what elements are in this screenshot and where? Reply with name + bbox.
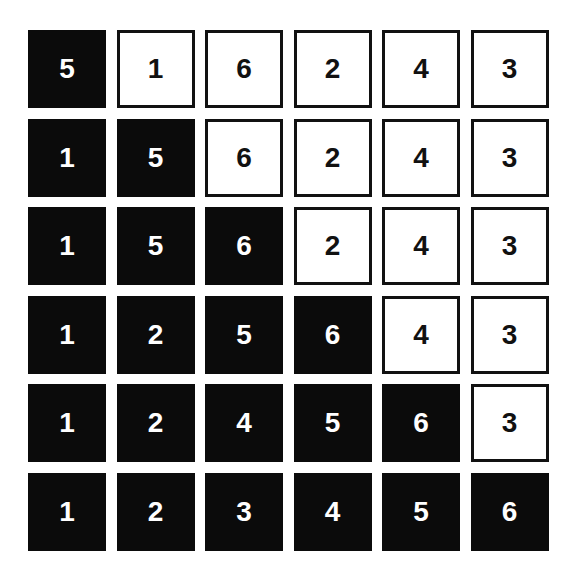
cell-r1c1: 5 xyxy=(28,30,106,108)
cell-r3c3: 6 xyxy=(205,207,283,285)
cell-r4c3: 5 xyxy=(205,296,283,374)
cell-r6c5: 5 xyxy=(382,473,460,551)
cell-r4c5: 4 xyxy=(382,296,460,374)
sort-grid: 516243156243156243125643124563123456 xyxy=(28,30,549,551)
cell-r6c2: 2 xyxy=(117,473,195,551)
cell-r2c4: 2 xyxy=(294,119,372,197)
cell-r1c6: 3 xyxy=(471,30,549,108)
cell-r1c5: 4 xyxy=(382,30,460,108)
cell-r4c6: 3 xyxy=(471,296,549,374)
page-canvas: 516243156243156243125643124563123456 xyxy=(0,0,582,582)
cell-r4c4: 6 xyxy=(294,296,372,374)
cell-r4c1: 1 xyxy=(28,296,106,374)
cell-r6c4: 4 xyxy=(294,473,372,551)
cell-r5c3: 4 xyxy=(205,384,283,462)
cell-r2c6: 3 xyxy=(471,119,549,197)
cell-r5c2: 2 xyxy=(117,384,195,462)
cell-r5c5: 6 xyxy=(382,384,460,462)
cell-r3c5: 4 xyxy=(382,207,460,285)
cell-r5c1: 1 xyxy=(28,384,106,462)
cell-r5c4: 5 xyxy=(294,384,372,462)
cell-r1c4: 2 xyxy=(294,30,372,108)
cell-r1c2: 1 xyxy=(117,30,195,108)
cell-r3c2: 5 xyxy=(117,207,195,285)
cell-r6c1: 1 xyxy=(28,473,106,551)
cell-r5c6: 3 xyxy=(471,384,549,462)
cell-r4c2: 2 xyxy=(117,296,195,374)
cell-r3c1: 1 xyxy=(28,207,106,285)
cell-r2c5: 4 xyxy=(382,119,460,197)
cell-r1c3: 6 xyxy=(205,30,283,108)
cell-r2c2: 5 xyxy=(117,119,195,197)
cell-r6c3: 3 xyxy=(205,473,283,551)
cell-r6c6: 6 xyxy=(471,473,549,551)
cell-r2c1: 1 xyxy=(28,119,106,197)
cell-r3c6: 3 xyxy=(471,207,549,285)
cell-r2c3: 6 xyxy=(205,119,283,197)
cell-r3c4: 2 xyxy=(294,207,372,285)
